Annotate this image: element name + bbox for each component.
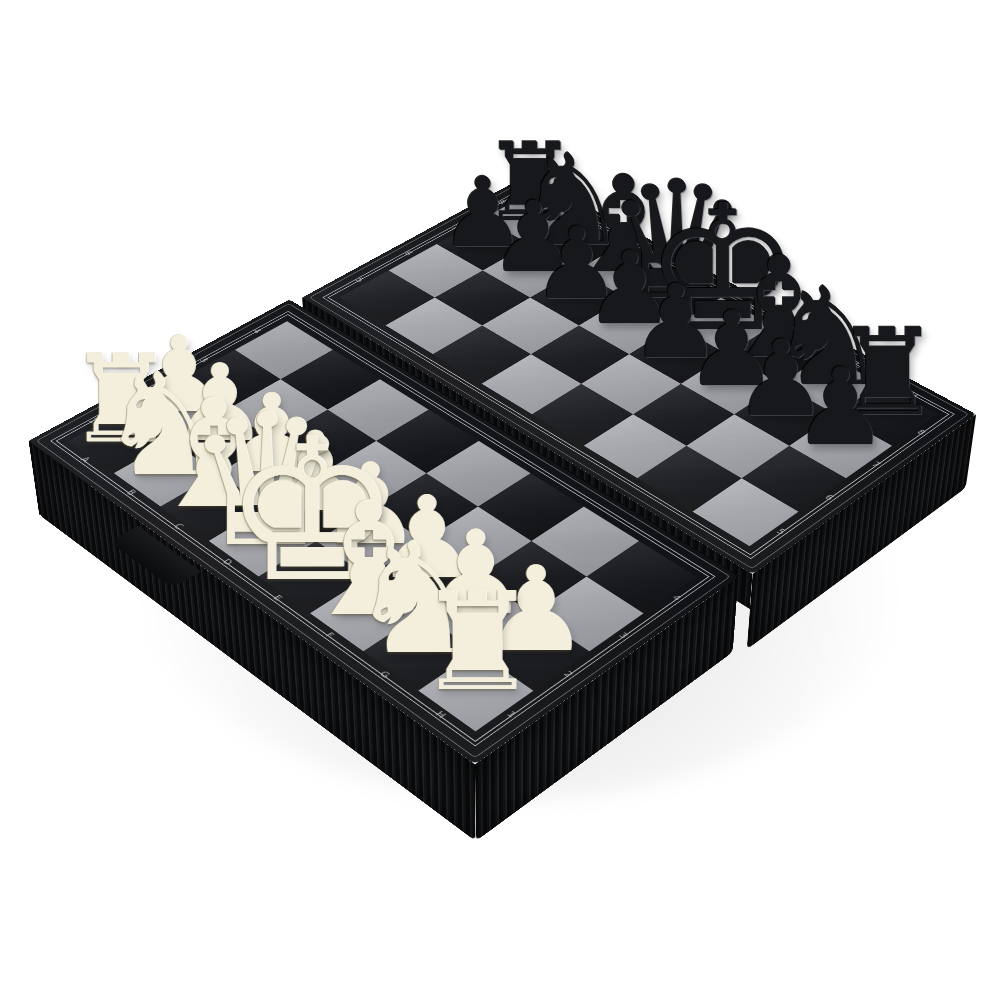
coord-rank-6-a-edge: 6: [403, 251, 414, 257]
coord-rank-5-h-edge: 5: [775, 528, 787, 536]
coord-rank-4-h-edge: 4: [670, 594, 682, 602]
piece-white-rook-h1[interactable]: ♜: [416, 575, 538, 711]
coord-rank-4-a-edge: 4: [251, 328, 262, 334]
product-photo-scene: ABCDEFGH88776655 ABCDEFGH44332211 ♜♞♝♛♚♝…: [0, 0, 1000, 984]
coord-rank-6-h-edge: 6: [823, 494, 835, 502]
coord-rank-3-h-edge: 3: [617, 631, 630, 640]
coord-rank-5-a-edge: 5: [354, 277, 365, 283]
piece-black-pawn-h7[interactable]: ♟: [793, 354, 889, 461]
